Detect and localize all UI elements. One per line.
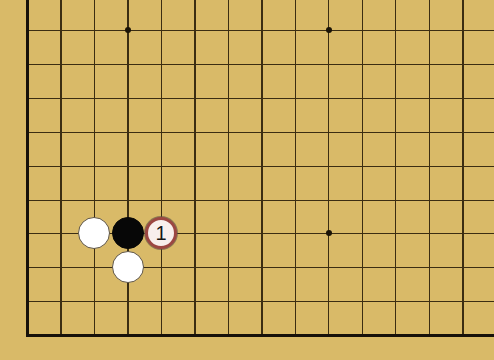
intersection-c9r5[interactable] (278, 149, 312, 183)
intersection-c3r3[interactable] (77, 81, 111, 115)
intersection-c3r10[interactable] (77, 318, 111, 352)
intersection-c7r7[interactable] (211, 216, 245, 250)
intersection-c3r8[interactable] (77, 250, 111, 284)
intersection-c11r10[interactable] (345, 318, 379, 352)
intersection-c2r4[interactable] (44, 115, 78, 149)
intersection-c1r5[interactable] (10, 149, 44, 183)
intersection-c12r7[interactable] (379, 216, 413, 250)
intersection-c6r10[interactable] (178, 318, 212, 352)
intersection-c1r1[interactable] (10, 13, 44, 47)
intersection-c5r2[interactable] (144, 47, 178, 81)
intersection-c3r4[interactable] (77, 115, 111, 149)
intersection-c7r3[interactable] (211, 81, 245, 115)
intersection-c12r6[interactable] (379, 183, 413, 217)
intersection-c10r7[interactable] (312, 216, 346, 250)
intersection-c5r7[interactable]: 1 (144, 216, 178, 250)
intersection-c3r9[interactable] (77, 284, 111, 318)
intersection-c7r9[interactable] (211, 284, 245, 318)
intersection-c1r10[interactable] (10, 318, 44, 352)
intersection-c4r3[interactable] (111, 81, 145, 115)
intersection-c3r7[interactable] (77, 216, 111, 250)
intersection-c10r9[interactable] (312, 284, 346, 318)
intersection-c11r3[interactable] (345, 81, 379, 115)
intersection-c11r1[interactable] (345, 13, 379, 47)
board-grid: 1 (10, 13, 479, 352)
white-stone[interactable] (112, 251, 144, 283)
intersection-c6r2[interactable] (178, 47, 212, 81)
intersection-c11r6[interactable] (345, 183, 379, 217)
intersection-c13r2[interactable] (412, 47, 446, 81)
intersection-c10r1[interactable] (312, 13, 346, 47)
intersection-c9r9[interactable] (278, 284, 312, 318)
intersection-c6r6[interactable] (178, 183, 212, 217)
intersection-c1r7[interactable] (10, 216, 44, 250)
intersection-c11r5[interactable] (345, 149, 379, 183)
black-stone[interactable] (112, 217, 144, 249)
intersection-c14r8[interactable] (446, 250, 480, 284)
intersection-c4r8[interactable] (111, 250, 145, 284)
intersection-c5r10[interactable] (144, 318, 178, 352)
intersection-c4r6[interactable] (111, 183, 145, 217)
intersection-c10r10[interactable] (312, 318, 346, 352)
intersection-c12r4[interactable] (379, 115, 413, 149)
intersection-c6r7[interactable] (178, 216, 212, 250)
intersection-c2r1[interactable] (44, 13, 78, 47)
intersection-c10r3[interactable] (312, 81, 346, 115)
intersection-c14r4[interactable] (446, 115, 480, 149)
intersection-c12r3[interactable] (379, 81, 413, 115)
intersection-c12r8[interactable] (379, 250, 413, 284)
intersection-c14r5[interactable] (446, 149, 480, 183)
intersection-c7r10[interactable] (211, 318, 245, 352)
intersection-c14r3[interactable] (446, 81, 480, 115)
intersection-c4r2[interactable] (111, 47, 145, 81)
intersection-c1r2[interactable] (10, 47, 44, 81)
intersection-c12r5[interactable] (379, 149, 413, 183)
intersection-c13r6[interactable] (412, 183, 446, 217)
intersection-c11r7[interactable] (345, 216, 379, 250)
intersection-c4r5[interactable] (111, 149, 145, 183)
intersection-c4r10[interactable] (111, 318, 145, 352)
intersection-c4r7[interactable] (111, 216, 145, 250)
intersection-c6r8[interactable] (178, 250, 212, 284)
intersection-c5r5[interactable] (144, 149, 178, 183)
intersection-c10r4[interactable] (312, 115, 346, 149)
intersection-c10r5[interactable] (312, 149, 346, 183)
star-point (326, 27, 332, 33)
intersection-c8r9[interactable] (245, 284, 279, 318)
intersection-c14r1[interactable] (446, 13, 480, 47)
intersection-c6r5[interactable] (178, 149, 212, 183)
white-stone[interactable] (78, 217, 110, 249)
intersection-c12r1[interactable] (379, 13, 413, 47)
intersection-c11r4[interactable] (345, 115, 379, 149)
intersection-c8r2[interactable] (245, 47, 279, 81)
intersection-c5r3[interactable] (144, 81, 178, 115)
go-board-diagram: 1 (0, 0, 494, 360)
intersection-c9r8[interactable] (278, 250, 312, 284)
intersection-c9r7[interactable] (278, 216, 312, 250)
intersection-c13r1[interactable] (412, 13, 446, 47)
intersection-c1r4[interactable] (10, 115, 44, 149)
intersection-c6r3[interactable] (178, 81, 212, 115)
intersection-c4r1[interactable] (111, 13, 145, 47)
intersection-c6r4[interactable] (178, 115, 212, 149)
intersection-c2r7[interactable] (44, 216, 78, 250)
intersection-c12r2[interactable] (379, 47, 413, 81)
intersection-c10r6[interactable] (312, 183, 346, 217)
intersection-c3r6[interactable] (77, 183, 111, 217)
intersection-c7r5[interactable] (211, 149, 245, 183)
marked-move-white-stone[interactable]: 1 (145, 217, 177, 249)
intersection-c1r3[interactable] (10, 81, 44, 115)
intersection-c8r4[interactable] (245, 115, 279, 149)
intersection-c2r6[interactable] (44, 183, 78, 217)
intersection-c9r1[interactable] (278, 13, 312, 47)
intersection-c8r7[interactable] (245, 216, 279, 250)
intersection-c2r5[interactable] (44, 149, 78, 183)
intersection-c5r4[interactable] (144, 115, 178, 149)
intersection-c13r3[interactable] (412, 81, 446, 115)
star-point (125, 27, 131, 33)
intersection-c14r2[interactable] (446, 47, 480, 81)
intersection-c1r9[interactable] (10, 284, 44, 318)
intersection-c4r4[interactable] (111, 115, 145, 149)
intersection-c14r9[interactable] (446, 284, 480, 318)
intersection-c1r6[interactable] (10, 183, 44, 217)
intersection-c9r4[interactable] (278, 115, 312, 149)
intersection-c12r10[interactable] (379, 318, 413, 352)
intersection-c13r9[interactable] (412, 284, 446, 318)
intersection-c6r9[interactable] (178, 284, 212, 318)
intersection-c14r10[interactable] (446, 318, 480, 352)
intersection-c13r4[interactable] (412, 115, 446, 149)
intersection-c13r7[interactable] (412, 216, 446, 250)
intersection-c1r8[interactable] (10, 250, 44, 284)
intersection-c2r9[interactable] (44, 284, 78, 318)
intersection-c8r5[interactable] (245, 149, 279, 183)
intersection-c10r8[interactable] (312, 250, 346, 284)
intersection-c5r9[interactable] (144, 284, 178, 318)
intersection-c3r2[interactable] (77, 47, 111, 81)
intersection-c11r8[interactable] (345, 250, 379, 284)
intersection-c13r5[interactable] (412, 149, 446, 183)
intersection-c11r2[interactable] (345, 47, 379, 81)
intersection-c7r6[interactable] (211, 183, 245, 217)
intersection-c13r10[interactable] (412, 318, 446, 352)
intersection-c14r7[interactable] (446, 216, 480, 250)
intersection-c9r2[interactable] (278, 47, 312, 81)
intersection-c5r8[interactable] (144, 250, 178, 284)
intersection-c7r4[interactable] (211, 115, 245, 149)
intersection-c2r8[interactable] (44, 250, 78, 284)
intersection-c8r1[interactable] (245, 13, 279, 47)
intersection-c11r9[interactable] (345, 284, 379, 318)
intersection-c9r6[interactable] (278, 183, 312, 217)
intersection-c7r8[interactable] (211, 250, 245, 284)
intersection-c5r6[interactable] (144, 183, 178, 217)
intersection-c5r1[interactable] (144, 13, 178, 47)
intersection-c14r6[interactable] (446, 183, 480, 217)
intersection-c2r3[interactable] (44, 81, 78, 115)
intersection-c3r5[interactable] (77, 149, 111, 183)
intersection-c7r1[interactable] (211, 13, 245, 47)
intersection-c8r8[interactable] (245, 250, 279, 284)
star-point (326, 230, 332, 236)
intersection-c8r3[interactable] (245, 81, 279, 115)
intersection-c4r9[interactable] (111, 284, 145, 318)
intersection-c6r1[interactable] (178, 13, 212, 47)
intersection-c2r2[interactable] (44, 47, 78, 81)
intersection-c13r8[interactable] (412, 250, 446, 284)
intersection-c3r1[interactable] (77, 13, 111, 47)
intersection-c9r10[interactable] (278, 318, 312, 352)
intersection-c8r10[interactable] (245, 318, 279, 352)
intersection-c10r2[interactable] (312, 47, 346, 81)
intersection-c7r2[interactable] (211, 47, 245, 81)
intersection-c9r3[interactable] (278, 81, 312, 115)
intersection-c12r9[interactable] (379, 284, 413, 318)
intersection-c8r6[interactable] (245, 183, 279, 217)
intersection-c2r10[interactable] (44, 318, 78, 352)
